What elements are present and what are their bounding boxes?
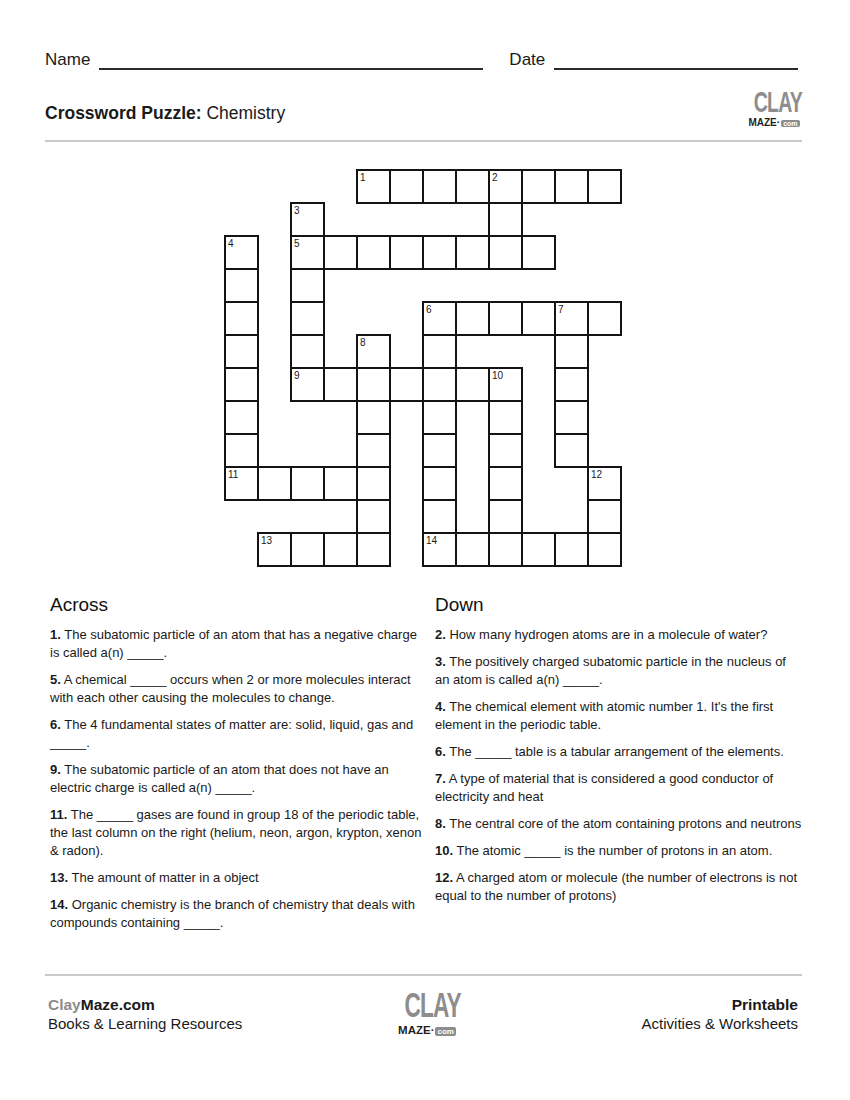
grid-cell-r11c11[interactable] — [587, 532, 622, 567]
page-title: Crossword Puzzle: Chemistry — [45, 96, 802, 124]
footer-divider — [45, 974, 802, 976]
down-clue-list: 2. How many hydrogen atoms are in a mole… — [435, 626, 802, 905]
grid-cell-r6c10[interactable] — [554, 367, 589, 402]
clue-number-label: 12. — [435, 870, 453, 885]
date-blank-line — [554, 50, 798, 70]
grid-cell-r9c8[interactable] — [488, 466, 523, 501]
grid-cell-r0c8[interactable]: 2 — [488, 169, 523, 204]
clue-across-11: 11. The _____ gases are found in group 1… — [50, 806, 428, 860]
grid-cell-r1c2[interactable]: 3 — [290, 202, 325, 237]
footer-right-block: Printable Activities & Worksheets — [642, 995, 798, 1033]
clue-down-3: 3. The positively charged subatomic part… — [435, 653, 802, 689]
grid-cell-r8c4[interactable] — [356, 433, 391, 468]
clue-across-6: 6. The 4 fundamental states of matter ar… — [50, 716, 428, 752]
grid-cell-r5c4[interactable]: 8 — [356, 334, 391, 369]
claymaze-footer-logo-maze-text: MAZE·com — [398, 1025, 456, 1037]
clue-text: The subatomic particle of an atom that h… — [50, 627, 417, 660]
claymaze-footer-logo-clay-text: CLAY — [404, 988, 449, 1023]
grid-cell-r0c6[interactable] — [422, 169, 457, 204]
clue-text: A charged atom or molecule (the number o… — [435, 870, 797, 903]
grid-cell-r4c8[interactable] — [488, 301, 523, 336]
clue-text: Organic chemistry is the branch of chemi… — [50, 897, 415, 930]
grid-cell-r2c4[interactable] — [356, 235, 391, 270]
clue-number-label: 8. — [435, 816, 446, 831]
grid-cell-r9c6[interactable] — [422, 466, 457, 501]
clue-text: The subatomic particle of an atom that d… — [50, 762, 389, 795]
grid-cell-r10c8[interactable] — [488, 499, 523, 534]
grid-cell-r11c10[interactable] — [554, 532, 589, 567]
grid-cell-r11c1[interactable]: 13 — [257, 532, 292, 567]
footer-brand-name: ClayMaze.com — [48, 995, 242, 1014]
clue-number-label: 11. — [50, 807, 67, 822]
clue-number-4: 4 — [228, 238, 234, 249]
clue-down-7: 7. A type of material that is considered… — [435, 770, 802, 806]
grid-cell-r11c3[interactable] — [323, 532, 358, 567]
grid-cell-r5c0[interactable] — [224, 334, 259, 369]
clue-number-1: 1 — [360, 172, 366, 183]
name-label: Name — [45, 50, 99, 70]
clue-number-label: 5. — [50, 672, 61, 687]
grid-cell-r6c5[interactable] — [389, 367, 424, 402]
grid-cell-r11c6[interactable]: 14 — [422, 532, 457, 567]
clue-number-14: 14 — [426, 535, 437, 546]
grid-cell-r0c5[interactable] — [389, 169, 424, 204]
grid-cell-r11c9[interactable] — [521, 532, 556, 567]
clue-text: How many hydrogen atoms are in a molecul… — [449, 627, 767, 642]
clue-number-label: 4. — [435, 699, 446, 714]
across-heading: Across — [50, 594, 428, 616]
claymaze-logo-maze-text: MAZE·com — [748, 118, 800, 128]
footer-brand-clay: Clay — [48, 996, 81, 1013]
clue-number-label: 14. — [50, 897, 68, 912]
clue-across-1: 1. The subatomic particle of an atom tha… — [50, 626, 428, 662]
grid-cell-r6c2[interactable]: 9 — [290, 367, 325, 402]
clue-number-8: 8 — [360, 337, 366, 348]
clue-number-label: 3. — [435, 654, 446, 669]
footer-printable-label: Printable — [732, 996, 798, 1013]
grid-cell-r0c11[interactable] — [587, 169, 622, 204]
page-title-bold: Crossword Puzzle: — [45, 103, 202, 123]
grid-cell-r5c10[interactable] — [554, 334, 589, 369]
grid-cell-r9c11[interactable]: 12 — [587, 466, 622, 501]
claymaze-logo-clay-text: CLAY — [754, 87, 795, 117]
clue-down-8: 8. The central core of the atom containi… — [435, 815, 802, 833]
clue-across-13: 13. The amount of matter in a object — [50, 869, 428, 887]
grid-cell-r2c5[interactable] — [389, 235, 424, 270]
clue-number-label: 7. — [435, 771, 446, 786]
date-label: Date — [509, 50, 554, 70]
down-heading: Down — [435, 594, 802, 616]
grid-cell-r3c2[interactable] — [290, 268, 325, 303]
clue-text: The central core of the atom containing … — [449, 816, 801, 831]
clue-number-7: 7 — [558, 304, 564, 315]
clue-number-9: 9 — [294, 370, 300, 381]
grid-cell-r11c2[interactable] — [290, 532, 325, 567]
grid-cell-r9c3[interactable] — [323, 466, 358, 501]
grid-cell-r11c7[interactable] — [455, 532, 490, 567]
footer-brand-maze: Maze.com — [81, 996, 155, 1013]
grid-cell-r6c6[interactable] — [422, 367, 457, 402]
clue-number-2: 2 — [492, 172, 498, 183]
grid-cell-r4c2[interactable] — [290, 301, 325, 336]
grid-cell-r10c11[interactable] — [587, 499, 622, 534]
grid-cell-r3c0[interactable] — [224, 268, 259, 303]
clue-across-5: 5. A chemical _____ occurs when 2 or mor… — [50, 671, 428, 707]
clue-text: The 4 fundamental states of matter are: … — [50, 717, 413, 750]
clue-down-6: 6. The _____ table is a tabular arrangem… — [435, 743, 802, 761]
grid-cell-r5c2[interactable] — [290, 334, 325, 369]
grid-cell-r1c8[interactable] — [488, 202, 523, 237]
grid-cell-r9c1[interactable] — [257, 466, 292, 501]
grid-cell-r7c4[interactable] — [356, 400, 391, 435]
header-divider — [45, 140, 802, 142]
clue-number-label: 9. — [50, 762, 61, 777]
clue-text: The _____ table is a tabular arrangement… — [449, 744, 784, 759]
clue-text: A type of material that is considered a … — [435, 771, 773, 804]
footer-brand-block: ClayMaze.com Books & Learning Resources — [48, 995, 242, 1033]
clue-number-12: 12 — [591, 469, 602, 480]
grid-cell-r6c8[interactable]: 10 — [488, 367, 523, 402]
claymaze-logo: CLAY MAZE·com — [748, 87, 800, 128]
clue-down-12: 12. A charged atom or molecule (the numb… — [435, 869, 802, 905]
grid-cell-r7c6[interactable] — [422, 400, 457, 435]
title-row: Crossword Puzzle: Chemistry CLAY MAZE·co… — [45, 96, 802, 142]
down-clues-column: Down 2. How many hydrogen atoms are in a… — [435, 594, 802, 941]
clue-across-14: 14. Organic chemistry is the branch of c… — [50, 896, 428, 932]
claymaze-footer-logo-com-badge: com — [435, 1027, 455, 1036]
grid-cell-r2c2[interactable]: 5 — [290, 235, 325, 270]
grid-cell-r9c4[interactable] — [356, 466, 391, 501]
grid-cell-r7c0[interactable] — [224, 400, 259, 435]
grid-cell-r0c10[interactable] — [554, 169, 589, 204]
clue-number-label: 6. — [435, 744, 446, 759]
grid-cell-r6c4[interactable] — [356, 367, 391, 402]
grid-cell-r9c2[interactable] — [290, 466, 325, 501]
grid-cell-r0c4[interactable]: 1 — [356, 169, 391, 204]
grid-cell-r4c10[interactable]: 7 — [554, 301, 589, 336]
grid-cell-r8c8[interactable] — [488, 433, 523, 468]
crossword-grid: 1234567891011121314 — [224, 169, 622, 567]
clue-down-4: 4. The chemical element with atomic numb… — [435, 698, 802, 734]
grid-cell-r4c6[interactable]: 6 — [422, 301, 457, 336]
clue-number-label: 2. — [435, 627, 446, 642]
grid-cell-r11c8[interactable] — [488, 532, 523, 567]
grid-cell-r6c7[interactable] — [455, 367, 490, 402]
grid-cell-r4c9[interactable] — [521, 301, 556, 336]
grid-cell-r0c9[interactable] — [521, 169, 556, 204]
grid-cell-r8c10[interactable] — [554, 433, 589, 468]
grid-cell-r2c7[interactable] — [455, 235, 490, 270]
grid-cell-r4c0[interactable] — [224, 301, 259, 336]
grid-cell-r10c6[interactable] — [422, 499, 457, 534]
grid-cell-r4c7[interactable] — [455, 301, 490, 336]
grid-cell-r2c8[interactable] — [488, 235, 523, 270]
claymaze-footer-logo: CLAY MAZE·com — [398, 988, 456, 1037]
grid-cell-r4c11[interactable] — [587, 301, 622, 336]
footer-activities-label: Activities & Worksheets — [642, 1015, 798, 1032]
grid-cell-r8c0[interactable] — [224, 433, 259, 468]
grid-cell-r6c3[interactable] — [323, 367, 358, 402]
clue-number-label: 1. — [50, 627, 61, 642]
grid-cell-r9c0[interactable]: 11 — [224, 466, 259, 501]
clue-number-13: 13 — [261, 535, 272, 546]
across-clue-list: 1. The subatomic particle of an atom tha… — [50, 626, 428, 932]
claymaze-logo-com-badge: com — [781, 120, 799, 127]
grid-cell-r8c6[interactable] — [422, 433, 457, 468]
clue-number-10: 10 — [492, 370, 503, 381]
grid-cell-r6c0[interactable] — [224, 367, 259, 402]
grid-cell-r7c8[interactable] — [488, 400, 523, 435]
grid-cell-r10c4[interactable] — [356, 499, 391, 534]
grid-cell-r2c0[interactable]: 4 — [224, 235, 259, 270]
grid-cell-r11c4[interactable] — [356, 532, 391, 567]
grid-cell-r0c7[interactable] — [455, 169, 490, 204]
clue-number-label: 13. — [50, 870, 68, 885]
clues-section: Across 1. The subatomic particle of an a… — [50, 594, 802, 941]
clue-text: The _____ gases are found in group 18 of… — [50, 807, 421, 858]
clue-number-5: 5 — [294, 238, 300, 249]
clue-text: The amount of matter in a object — [71, 870, 258, 885]
clue-number-3: 3 — [294, 205, 300, 216]
page-title-subject: Chemistry — [206, 103, 285, 123]
clue-text: The chemical element with atomic number … — [435, 699, 773, 732]
name-date-row: Name Date — [45, 50, 798, 70]
clue-number-6: 6 — [426, 304, 432, 315]
grid-cell-r2c6[interactable] — [422, 235, 457, 270]
clue-number-label: 10. — [435, 843, 453, 858]
footer-tagline: Books & Learning Resources — [48, 1014, 242, 1033]
clue-down-2: 2. How many hydrogen atoms are in a mole… — [435, 626, 802, 644]
name-blank-line — [99, 50, 483, 70]
clue-number-11: 11 — [228, 469, 238, 480]
clue-down-10: 10. The atomic _____ is the number of pr… — [435, 842, 802, 860]
grid-cell-r7c10[interactable] — [554, 400, 589, 435]
across-clues-column: Across 1. The subatomic particle of an a… — [50, 594, 428, 941]
grid-cell-r2c3[interactable] — [323, 235, 358, 270]
clue-number-label: 6. — [50, 717, 61, 732]
grid-cell-r5c6[interactable] — [422, 334, 457, 369]
clue-text: A chemical _____ occurs when 2 or more m… — [50, 672, 411, 705]
clue-across-9: 9. The subatomic particle of an atom tha… — [50, 761, 428, 797]
clue-text: The atomic _____ is the number of proton… — [456, 843, 772, 858]
grid-cell-r2c9[interactable] — [521, 235, 556, 270]
clue-text: The positively charged subatomic particl… — [435, 654, 786, 687]
